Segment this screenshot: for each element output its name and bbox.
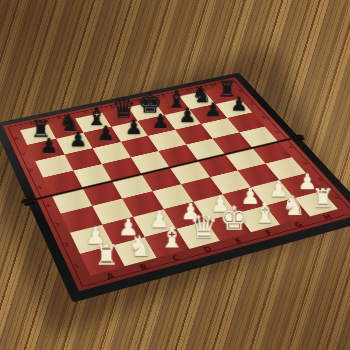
piece-black-pawn: ♟ bbox=[40, 136, 59, 157]
piece-black-pawn: ♟ bbox=[125, 118, 143, 138]
piece-black-pawn: ♟ bbox=[97, 124, 115, 144]
piece-white-rook: ♜ bbox=[94, 242, 119, 270]
piece-black-pawn: ♟ bbox=[204, 101, 221, 120]
square-a6 bbox=[35, 155, 73, 178]
piece-white-rook: ♜ bbox=[311, 186, 334, 212]
piece-black-pawn: ♟ bbox=[69, 130, 87, 150]
piece-white-king: ♚ bbox=[220, 202, 250, 235]
wooden-table-background: ABCDEFGH ABCDEFGH 87654321 87654321 ♜♞♝♛… bbox=[0, 0, 350, 350]
piece-black-pawn: ♟ bbox=[152, 112, 170, 132]
piece-white-knight: ♞ bbox=[127, 232, 153, 261]
piece-white-bishop: ♝ bbox=[252, 199, 277, 227]
coordinate-label: F bbox=[250, 224, 288, 242]
piece-white-bishop: ♝ bbox=[159, 223, 185, 252]
piece-white-knight: ♞ bbox=[282, 192, 306, 219]
piece-black-pawn: ♟ bbox=[178, 106, 196, 126]
piece-white-queen: ♛ bbox=[189, 211, 218, 243]
piece-black-pawn: ♟ bbox=[230, 95, 247, 114]
